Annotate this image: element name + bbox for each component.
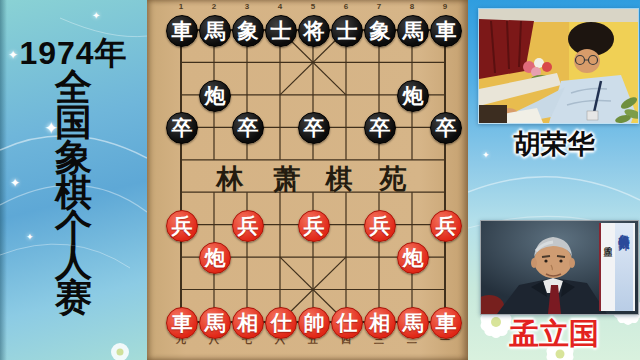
piece-black-cannon[interactable]: 炮 (397, 80, 429, 112)
event-title-char: 国 (10, 105, 137, 140)
player-photo-meng-liguo: 孟立国 象棋特级大师 (480, 220, 639, 315)
players-panel: ✦ ✦ ✦ (468, 0, 640, 360)
file-label-top: 9 (435, 2, 455, 11)
river-watermark: 苑 (377, 161, 409, 197)
piece-red-horse[interactable]: 馬 (397, 307, 429, 339)
player-name-top: 胡荣华 (468, 126, 640, 162)
flower-decoration (111, 343, 129, 360)
event-title-char: 全 (10, 70, 137, 105)
piece-red-cannon[interactable]: 炮 (397, 242, 429, 274)
event-title-char: 象 (10, 140, 137, 175)
caption-player-name: 孟立国 (601, 223, 615, 311)
board-grid-lines (147, 0, 468, 360)
piece-black-chariot[interactable]: 車 (166, 15, 198, 47)
piece-red-chariot[interactable]: 車 (166, 307, 198, 339)
piece-black-advisor[interactable]: 士 (331, 15, 363, 47)
panel-edge-shade (0, 0, 7, 360)
piece-black-cannon[interactable]: 炮 (199, 80, 231, 112)
file-label-top: 2 (204, 2, 224, 11)
piece-red-cannon[interactable]: 炮 (199, 242, 231, 274)
piece-black-advisor[interactable]: 士 (265, 15, 297, 47)
file-label-top: 4 (270, 2, 290, 11)
piece-red-elephant[interactable]: 相 (364, 307, 396, 339)
file-label-top: 1 (171, 2, 191, 11)
file-label-top: 5 (303, 2, 323, 11)
piece-red-advisor[interactable]: 仕 (265, 307, 297, 339)
river-watermark: 棋 (323, 161, 355, 197)
file-label-top: 8 (402, 2, 422, 11)
piece-red-soldier[interactable]: 兵 (166, 210, 198, 242)
piece-black-elephant[interactable]: 象 (364, 15, 396, 47)
piece-black-chariot[interactable]: 車 (430, 15, 462, 47)
video-frame: ✦ ✦ ✦ ✦ ✦ 1974年 全国象棋个人赛 123456789九八七六五四三… (0, 0, 640, 360)
river-watermark: 林 (214, 161, 246, 197)
player-name-bottom: 孟立国 (468, 314, 640, 355)
photo-caption-strip: 孟立国 象棋特级大师 (599, 223, 635, 311)
event-title-char: 个 (10, 210, 137, 245)
event-title-char: 人 (10, 245, 137, 280)
sparkle-icon: ✦ (92, 10, 100, 21)
event-title-char: 赛 (10, 280, 137, 315)
piece-red-advisor[interactable]: 仕 (331, 307, 363, 339)
xiangqi-board[interactable]: 123456789九八七六五四三二一林萧棋苑車馬象士将士象馬車炮炮卒卒卒卒卒兵兵… (147, 0, 468, 360)
player-photo-hu-ronghua (478, 8, 639, 124)
event-title-panel: ✦ ✦ ✦ ✦ ✦ 1974年 全国象棋个人赛 (0, 0, 147, 360)
caption-player-title: 象棋特级大师 (615, 223, 633, 311)
event-title-char: 棋 (10, 175, 137, 210)
file-label-top: 6 (336, 2, 356, 11)
piece-black-general[interactable]: 将 (298, 15, 330, 47)
file-label-top: 7 (369, 2, 389, 11)
piece-red-soldier[interactable]: 兵 (430, 210, 462, 242)
piece-red-horse[interactable]: 馬 (199, 307, 231, 339)
piece-red-soldier[interactable]: 兵 (364, 210, 396, 242)
piece-red-chariot[interactable]: 車 (430, 307, 462, 339)
piece-red-soldier[interactable]: 兵 (232, 210, 264, 242)
piece-black-horse[interactable]: 馬 (397, 15, 429, 47)
piece-black-elephant[interactable]: 象 (232, 15, 264, 47)
piece-red-elephant[interactable]: 相 (232, 307, 264, 339)
event-title-vertical: 全国象棋个人赛 (10, 70, 137, 315)
piece-black-horse[interactable]: 馬 (199, 15, 231, 47)
piece-red-general[interactable]: 帥 (298, 307, 330, 339)
piece-red-soldier[interactable]: 兵 (298, 210, 330, 242)
file-label-top: 3 (237, 2, 257, 11)
river-watermark: 萧 (271, 161, 303, 197)
